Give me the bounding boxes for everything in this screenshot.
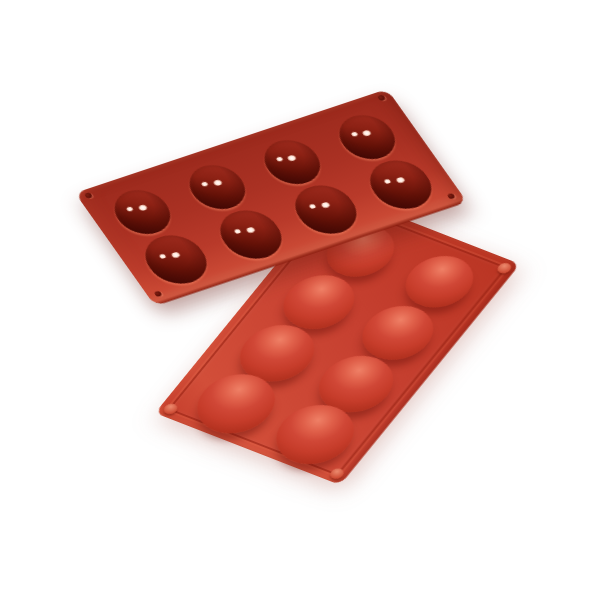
product-photo-stage <box>0 0 600 600</box>
hemisphere-cavity <box>254 134 330 191</box>
specular-glint <box>276 157 285 163</box>
specular-glint <box>158 254 167 260</box>
specular-glint <box>233 229 242 235</box>
specular-glint <box>212 180 223 187</box>
specular-glint <box>321 202 332 209</box>
hemisphere-cavity <box>134 229 218 291</box>
corner-hole <box>153 290 162 297</box>
specular-glint <box>383 179 392 185</box>
corner-hole <box>84 192 93 199</box>
specular-glint <box>362 130 373 137</box>
corner-hole <box>447 193 456 200</box>
hemisphere-cavity <box>104 184 180 241</box>
specular-glint <box>350 132 359 138</box>
hemisphere-cavity <box>284 179 368 241</box>
hemisphere-cavity <box>209 204 293 266</box>
hemisphere-cavity <box>359 154 443 216</box>
specular-glint <box>171 252 182 259</box>
specular-glint <box>246 227 257 234</box>
specular-glint <box>137 205 148 212</box>
corner-hole <box>377 94 386 101</box>
hemisphere-cavity <box>329 109 405 166</box>
specular-glint <box>395 177 406 184</box>
specular-glint <box>126 206 135 212</box>
specular-glint <box>287 155 298 162</box>
specular-glint <box>308 204 317 210</box>
hemisphere-cavity <box>179 159 255 216</box>
specular-glint <box>201 181 210 187</box>
